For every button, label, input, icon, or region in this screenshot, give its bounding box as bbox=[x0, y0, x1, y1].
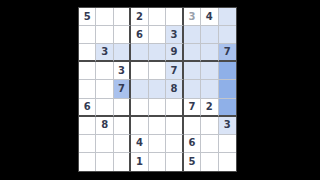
cell-r6c9[interactable] bbox=[219, 99, 236, 117]
cell-r2c8[interactable] bbox=[201, 26, 218, 44]
cell-r8c4[interactable]: 4 bbox=[131, 135, 148, 153]
cell-r9c3[interactable] bbox=[114, 153, 131, 171]
cell-r2c6[interactable]: 3 bbox=[166, 26, 183, 44]
cell-r7c4[interactable] bbox=[131, 117, 148, 135]
cell-digit: 6 bbox=[188, 138, 195, 148]
cell-r6c2[interactable] bbox=[96, 99, 113, 117]
cell-digit: 3 bbox=[224, 120, 231, 130]
cell-r3c9[interactable]: 7 bbox=[219, 44, 236, 62]
cell-r4c8[interactable] bbox=[201, 62, 218, 80]
cell-digit: 3 bbox=[101, 47, 108, 57]
cell-r5c3[interactable]: 7 bbox=[114, 80, 131, 98]
cell-r3c6[interactable]: 9 bbox=[166, 44, 183, 62]
cell-r7c2[interactable]: 8 bbox=[96, 117, 113, 135]
cell-r9c9[interactable] bbox=[219, 153, 236, 171]
cell-digit: 6 bbox=[136, 30, 143, 40]
cell-r4c9[interactable] bbox=[219, 62, 236, 80]
cell-r7c1[interactable] bbox=[79, 117, 96, 135]
cell-digit: 3 bbox=[188, 12, 195, 22]
cell-r5c9[interactable] bbox=[219, 80, 236, 98]
cell-r2c5[interactable] bbox=[149, 26, 166, 44]
cell-r2c2[interactable] bbox=[96, 26, 113, 44]
cell-r1c3[interactable] bbox=[114, 8, 131, 26]
cell-digit: 1 bbox=[136, 157, 143, 167]
cell-digit: 7 bbox=[188, 102, 195, 112]
cell-r4c5[interactable] bbox=[149, 62, 166, 80]
sudoku-board: 5234633973778672834615 bbox=[78, 7, 237, 172]
cell-digit: 7 bbox=[224, 47, 231, 57]
cell-digit: 3 bbox=[170, 30, 177, 40]
cell-digit: 7 bbox=[118, 84, 125, 94]
cell-r4c6[interactable]: 7 bbox=[166, 62, 183, 80]
cell-r5c7[interactable] bbox=[184, 80, 201, 98]
cell-r7c9[interactable]: 3 bbox=[219, 117, 236, 135]
cell-r8c3[interactable] bbox=[114, 135, 131, 153]
cell-digit: 4 bbox=[206, 12, 213, 22]
cell-r9c7[interactable]: 5 bbox=[184, 153, 201, 171]
cell-r7c3[interactable] bbox=[114, 117, 131, 135]
cell-r1c9[interactable] bbox=[219, 8, 236, 26]
cell-digit: 9 bbox=[170, 47, 177, 57]
background: 5234633973778672834615 bbox=[0, 0, 320, 180]
cell-r6c8[interactable]: 2 bbox=[201, 99, 218, 117]
cell-digit: 8 bbox=[170, 84, 177, 94]
cell-r6c3[interactable] bbox=[114, 99, 131, 117]
cell-r5c2[interactable] bbox=[96, 80, 113, 98]
cell-r4c7[interactable] bbox=[184, 62, 201, 80]
cell-r4c2[interactable] bbox=[96, 62, 113, 80]
cell-digit: 2 bbox=[206, 102, 213, 112]
cell-r6c7[interactable]: 7 bbox=[184, 99, 201, 117]
cell-r5c1[interactable] bbox=[79, 80, 96, 98]
cell-r8c9[interactable] bbox=[219, 135, 236, 153]
cell-r9c1[interactable] bbox=[79, 153, 96, 171]
cell-r2c1[interactable] bbox=[79, 26, 96, 44]
cell-digit: 5 bbox=[188, 157, 195, 167]
cell-r3c7[interactable] bbox=[184, 44, 201, 62]
cell-r3c3[interactable] bbox=[114, 44, 131, 62]
cell-r2c4[interactable]: 6 bbox=[131, 26, 148, 44]
cell-r7c5[interactable] bbox=[149, 117, 166, 135]
cell-r8c5[interactable] bbox=[149, 135, 166, 153]
cell-digit: 7 bbox=[170, 66, 177, 76]
cell-digit: 3 bbox=[118, 66, 125, 76]
cell-r5c5[interactable] bbox=[149, 80, 166, 98]
cell-r3c4[interactable] bbox=[131, 44, 148, 62]
cell-r1c1[interactable]: 5 bbox=[79, 8, 96, 26]
cell-r9c6[interactable] bbox=[166, 153, 183, 171]
cell-r1c7[interactable]: 3 bbox=[184, 8, 201, 26]
cell-r1c8[interactable]: 4 bbox=[201, 8, 218, 26]
cell-r7c7[interactable] bbox=[184, 117, 201, 135]
cell-r8c8[interactable] bbox=[201, 135, 218, 153]
cell-r5c8[interactable] bbox=[201, 80, 218, 98]
cell-r9c5[interactable] bbox=[149, 153, 166, 171]
cell-r5c6[interactable]: 8 bbox=[166, 80, 183, 98]
cell-r3c2[interactable]: 3 bbox=[96, 44, 113, 62]
cell-r6c1[interactable]: 6 bbox=[79, 99, 96, 117]
cell-r9c2[interactable] bbox=[96, 153, 113, 171]
cell-r2c3[interactable] bbox=[114, 26, 131, 44]
cell-r6c6[interactable] bbox=[166, 99, 183, 117]
cell-digit: 2 bbox=[136, 12, 143, 22]
cell-r6c5[interactable] bbox=[149, 99, 166, 117]
cell-r7c6[interactable] bbox=[166, 117, 183, 135]
cell-r6c4[interactable] bbox=[131, 99, 148, 117]
cell-r1c4[interactable]: 2 bbox=[131, 8, 148, 26]
cell-r1c5[interactable] bbox=[149, 8, 166, 26]
cell-r4c3[interactable]: 3 bbox=[114, 62, 131, 80]
cell-digit: 5 bbox=[84, 12, 91, 22]
cell-r5c4[interactable] bbox=[131, 80, 148, 98]
cell-r1c6[interactable] bbox=[166, 8, 183, 26]
cell-r4c4[interactable] bbox=[131, 62, 148, 80]
cell-r8c6[interactable] bbox=[166, 135, 183, 153]
cell-r8c7[interactable]: 6 bbox=[184, 135, 201, 153]
cell-r3c8[interactable] bbox=[201, 44, 218, 62]
cell-r2c7[interactable] bbox=[184, 26, 201, 44]
cell-r2c9[interactable] bbox=[219, 26, 236, 44]
cell-digit: 6 bbox=[84, 102, 91, 112]
cell-r3c1[interactable] bbox=[79, 44, 96, 62]
cell-digit: 4 bbox=[136, 138, 143, 148]
cell-r7c8[interactable] bbox=[201, 117, 218, 135]
cell-r9c8[interactable] bbox=[201, 153, 218, 171]
cell-r4c1[interactable] bbox=[79, 62, 96, 80]
cell-r8c2[interactable] bbox=[96, 135, 113, 153]
cell-r1c2[interactable] bbox=[96, 8, 113, 26]
cell-digit: 8 bbox=[101, 120, 108, 130]
cell-r3c5[interactable] bbox=[149, 44, 166, 62]
cell-r8c1[interactable] bbox=[79, 135, 96, 153]
cell-r9c4[interactable]: 1 bbox=[131, 153, 148, 171]
